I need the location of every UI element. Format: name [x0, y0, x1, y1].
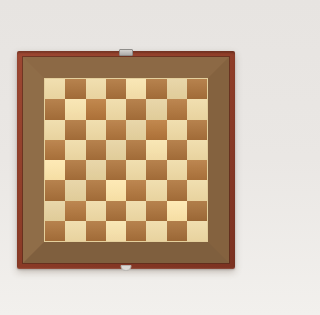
square-b5[interactable] — [65, 140, 85, 160]
square-f1[interactable] — [146, 221, 166, 241]
square-g3[interactable] — [167, 180, 187, 200]
square-e5[interactable] — [126, 140, 146, 160]
square-g7[interactable] — [167, 99, 187, 119]
product-photo-background — [0, 0, 252, 315]
square-c2[interactable] — [86, 201, 106, 221]
chess-board-box — [17, 51, 235, 269]
lid-clasp — [121, 265, 132, 271]
square-h4[interactable] — [187, 160, 207, 180]
square-a8[interactable] — [45, 79, 65, 99]
square-c5[interactable] — [86, 140, 106, 160]
square-f6[interactable] — [146, 120, 166, 140]
square-c4[interactable] — [86, 160, 106, 180]
square-a5[interactable] — [45, 140, 65, 160]
square-f2[interactable] — [146, 201, 166, 221]
square-a2[interactable] — [45, 201, 65, 221]
square-d8[interactable] — [106, 79, 126, 99]
square-a1[interactable] — [45, 221, 65, 241]
square-c1[interactable] — [86, 221, 106, 241]
square-d6[interactable] — [106, 120, 126, 140]
square-a4[interactable] — [45, 160, 65, 180]
square-d1[interactable] — [106, 221, 126, 241]
square-d7[interactable] — [106, 99, 126, 119]
square-f5[interactable] — [146, 140, 166, 160]
square-b3[interactable] — [65, 180, 85, 200]
square-c6[interactable] — [86, 120, 106, 140]
square-d5[interactable] — [106, 140, 126, 160]
square-b7[interactable] — [65, 99, 85, 119]
square-g1[interactable] — [167, 221, 187, 241]
square-d2[interactable] — [106, 201, 126, 221]
square-f7[interactable] — [146, 99, 166, 119]
square-a6[interactable] — [45, 120, 65, 140]
square-e7[interactable] — [126, 99, 146, 119]
square-g6[interactable] — [167, 120, 187, 140]
square-h1[interactable] — [187, 221, 207, 241]
square-b2[interactable] — [65, 201, 85, 221]
square-h8[interactable] — [187, 79, 207, 99]
square-e3[interactable] — [126, 180, 146, 200]
square-f4[interactable] — [146, 160, 166, 180]
square-f3[interactable] — [146, 180, 166, 200]
square-g8[interactable] — [167, 79, 187, 99]
square-f8[interactable] — [146, 79, 166, 99]
square-c3[interactable] — [86, 180, 106, 200]
square-g5[interactable] — [167, 140, 187, 160]
square-e2[interactable] — [126, 201, 146, 221]
square-c8[interactable] — [86, 79, 106, 99]
square-e6[interactable] — [126, 120, 146, 140]
square-h7[interactable] — [187, 99, 207, 119]
square-e4[interactable] — [126, 160, 146, 180]
square-h6[interactable] — [187, 120, 207, 140]
square-d4[interactable] — [106, 160, 126, 180]
square-d3[interactable] — [106, 180, 126, 200]
playing-area — [44, 78, 208, 242]
square-b8[interactable] — [65, 79, 85, 99]
square-b4[interactable] — [65, 160, 85, 180]
square-c7[interactable] — [86, 99, 106, 119]
square-b1[interactable] — [65, 221, 85, 241]
board-inner-border — [23, 57, 229, 263]
lid-hinge — [119, 49, 133, 56]
square-b6[interactable] — [65, 120, 85, 140]
square-g2[interactable] — [167, 201, 187, 221]
square-g4[interactable] — [167, 160, 187, 180]
square-h2[interactable] — [187, 201, 207, 221]
square-a7[interactable] — [45, 99, 65, 119]
square-a3[interactable] — [45, 180, 65, 200]
square-e1[interactable] — [126, 221, 146, 241]
square-h3[interactable] — [187, 180, 207, 200]
square-e8[interactable] — [126, 79, 146, 99]
square-h5[interactable] — [187, 140, 207, 160]
